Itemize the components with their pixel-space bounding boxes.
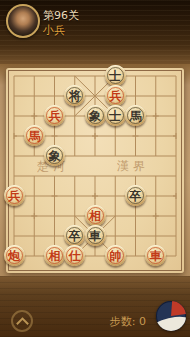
piece-red-soldier[interactable]: 兵 [4, 185, 25, 206]
xiangqi-board[interactable]: 楚河 漢界 士将兵兵象士馬馬象兵卒相卒車炮相仕帥車 [6, 68, 184, 273]
piece-black-chariot[interactable]: 車 [85, 225, 106, 246]
level-label: 第96关 [43, 8, 79, 23]
piece-red-soldier[interactable]: 兵 [105, 85, 126, 106]
piece-red-soldier[interactable]: 兵 [44, 105, 65, 126]
piece-black-elephant[interactable]: 象 [44, 145, 65, 166]
game-logo-ball-icon[interactable] [156, 301, 186, 331]
river-label-right: 漢界 [117, 158, 149, 175]
piece-black-advisor[interactable]: 士 [105, 65, 126, 86]
piece-black-advisor[interactable]: 士 [105, 105, 126, 126]
piece-black-soldier[interactable]: 卒 [125, 185, 146, 206]
piece-black-elephant[interactable]: 象 [85, 105, 106, 126]
piece-red-cannon[interactable]: 炮 [4, 245, 25, 266]
step-counter-label: 步数: [110, 315, 136, 328]
top-bar: 第96关 小兵 [0, 0, 190, 64]
app-screen: 第96关 小兵 楚河 漢界 士将兵兵象士馬馬象兵卒相卒車炮相仕帥車 步数: 0 [0, 0, 190, 337]
piece-red-horse[interactable]: 馬 [24, 125, 45, 146]
expand-up-button[interactable] [11, 310, 33, 332]
piece-black-horse[interactable]: 馬 [125, 105, 146, 126]
step-counter: 步数: 0 [110, 314, 146, 329]
piece-red-elephant[interactable]: 相 [44, 245, 65, 266]
player-avatar[interactable] [6, 4, 40, 38]
piece-red-general[interactable]: 帥 [105, 245, 126, 266]
step-counter-value: 0 [139, 315, 146, 328]
opponent-label: 小兵 [43, 23, 65, 38]
piece-red-elephant[interactable]: 相 [85, 205, 106, 226]
